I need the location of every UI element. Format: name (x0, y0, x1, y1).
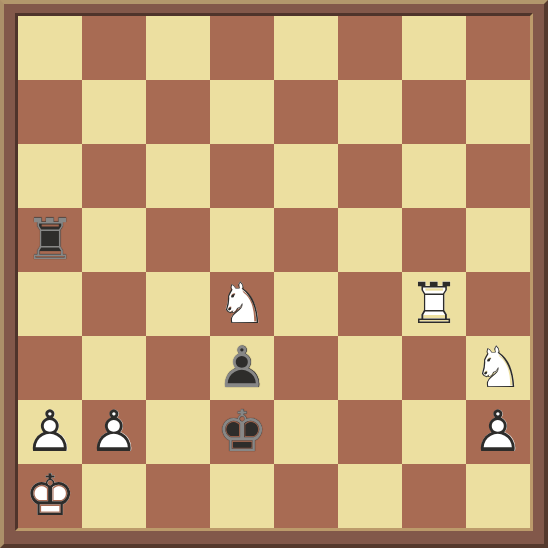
square-a3[interactable] (18, 336, 82, 400)
square-f4[interactable] (338, 272, 402, 336)
square-c4[interactable] (146, 272, 210, 336)
square-a6[interactable] (18, 144, 82, 208)
square-d2[interactable]: ♚♔ (210, 400, 274, 464)
piece-glyph-outline: ♙ (210, 336, 274, 400)
square-f3[interactable] (338, 336, 402, 400)
piece-glyph-outline: ♘ (210, 272, 274, 336)
square-a7[interactable] (18, 80, 82, 144)
piece-white-rook[interactable]: ♜♖ (402, 272, 466, 336)
square-e1[interactable] (274, 464, 338, 528)
piece-glyph-outline: ♔ (18, 464, 82, 528)
square-b7[interactable] (82, 80, 146, 144)
square-g4[interactable]: ♜♖ (402, 272, 466, 336)
square-g7[interactable] (402, 80, 466, 144)
piece-white-knight[interactable]: ♞♘ (210, 272, 274, 336)
square-d7[interactable] (210, 80, 274, 144)
piece-glyph-outline: ♙ (82, 400, 146, 464)
square-b1[interactable] (82, 464, 146, 528)
square-h7[interactable] (466, 80, 530, 144)
square-f5[interactable] (338, 208, 402, 272)
square-f1[interactable] (338, 464, 402, 528)
square-b3[interactable] (82, 336, 146, 400)
square-b6[interactable] (82, 144, 146, 208)
square-h5[interactable] (466, 208, 530, 272)
square-a1[interactable]: ♚♔ (18, 464, 82, 528)
square-g8[interactable] (402, 16, 466, 80)
square-h6[interactable] (466, 144, 530, 208)
square-c6[interactable] (146, 144, 210, 208)
piece-glyph-outline: ♙ (18, 400, 82, 464)
square-g6[interactable] (402, 144, 466, 208)
square-b8[interactable] (82, 16, 146, 80)
square-g1[interactable] (402, 464, 466, 528)
piece-white-king[interactable]: ♚♔ (18, 464, 82, 528)
piece-white-knight[interactable]: ♞♘ (466, 336, 530, 400)
square-e8[interactable] (274, 16, 338, 80)
square-d4[interactable]: ♞♘ (210, 272, 274, 336)
square-f6[interactable] (338, 144, 402, 208)
square-e6[interactable] (274, 144, 338, 208)
square-h2[interactable]: ♟♙ (466, 400, 530, 464)
square-h8[interactable] (466, 16, 530, 80)
square-c2[interactable] (146, 400, 210, 464)
square-d3[interactable]: ♟♙ (210, 336, 274, 400)
piece-black-king[interactable]: ♚♔ (210, 400, 274, 464)
square-a5[interactable]: ♜♖ (18, 208, 82, 272)
square-d8[interactable] (210, 16, 274, 80)
square-g3[interactable] (402, 336, 466, 400)
square-f7[interactable] (338, 80, 402, 144)
square-b5[interactable] (82, 208, 146, 272)
piece-glyph-outline: ♙ (466, 400, 530, 464)
square-b2[interactable]: ♟♙ (82, 400, 146, 464)
square-c3[interactable] (146, 336, 210, 400)
square-f2[interactable] (338, 400, 402, 464)
square-g2[interactable] (402, 400, 466, 464)
square-a8[interactable] (18, 16, 82, 80)
piece-white-pawn[interactable]: ♟♙ (18, 400, 82, 464)
square-e2[interactable] (274, 400, 338, 464)
square-d6[interactable] (210, 144, 274, 208)
piece-glyph-outline: ♔ (210, 400, 274, 464)
square-e5[interactable] (274, 208, 338, 272)
piece-black-rook[interactable]: ♜♖ (18, 208, 82, 272)
square-c7[interactable] (146, 80, 210, 144)
board-inner-bevel: ♜♖♞♘♜♖♟♙♞♘♟♙♟♙♚♔♟♙♚♔ (15, 13, 533, 531)
chess-board: ♜♖♞♘♜♖♟♙♞♘♟♙♟♙♚♔♟♙♚♔ (18, 16, 530, 528)
square-a2[interactable]: ♟♙ (18, 400, 82, 464)
square-h3[interactable]: ♞♘ (466, 336, 530, 400)
square-b4[interactable] (82, 272, 146, 336)
square-g5[interactable] (402, 208, 466, 272)
square-e3[interactable] (274, 336, 338, 400)
piece-glyph-outline: ♖ (402, 272, 466, 336)
piece-white-pawn[interactable]: ♟♙ (82, 400, 146, 464)
square-e4[interactable] (274, 272, 338, 336)
piece-white-pawn[interactable]: ♟♙ (466, 400, 530, 464)
square-e7[interactable] (274, 80, 338, 144)
piece-glyph-outline: ♖ (18, 208, 82, 272)
square-c1[interactable] (146, 464, 210, 528)
square-c8[interactable] (146, 16, 210, 80)
square-d1[interactable] (210, 464, 274, 528)
square-c5[interactable] (146, 208, 210, 272)
chessboard-screenshot: ♜♖♞♘♜♖♟♙♞♘♟♙♟♙♚♔♟♙♚♔ (0, 0, 548, 548)
piece-black-pawn[interactable]: ♟♙ (210, 336, 274, 400)
square-a4[interactable] (18, 272, 82, 336)
square-h4[interactable] (466, 272, 530, 336)
square-d5[interactable] (210, 208, 274, 272)
square-h1[interactable] (466, 464, 530, 528)
piece-glyph-outline: ♘ (466, 336, 530, 400)
square-f8[interactable] (338, 16, 402, 80)
